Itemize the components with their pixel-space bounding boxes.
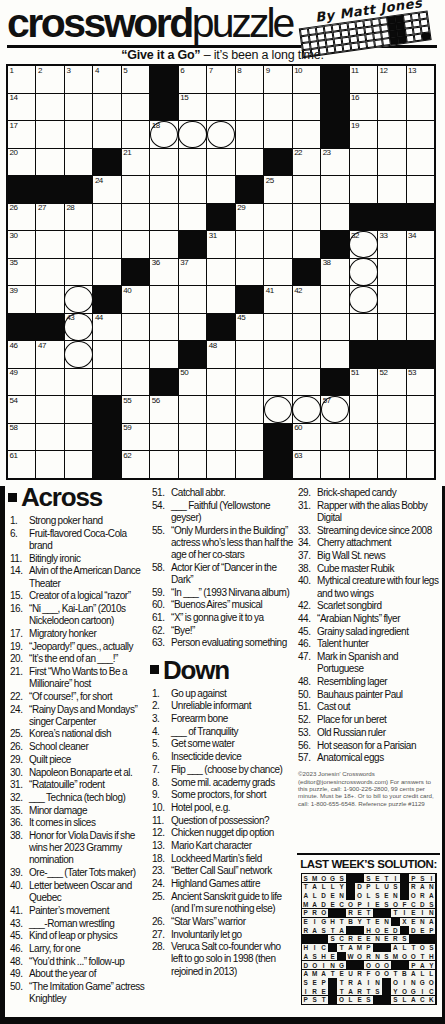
cell-12-7[interactable]: 50 [179, 369, 206, 396]
cell-13-5[interactable]: 55 [122, 396, 149, 423]
cell-10-6[interactable] [150, 314, 177, 341]
solution-cell-2-2: A [310, 883, 318, 891]
clue-number: 51. [298, 701, 317, 713]
cell-7-9[interactable] [236, 231, 263, 258]
clue-number: 12. [152, 827, 171, 839]
cell-9-10[interactable]: 41 [264, 286, 291, 313]
cell-14-8[interactable] [207, 424, 234, 451]
solution-cell-11-4: N [328, 961, 336, 969]
cell-8-3[interactable] [65, 259, 92, 286]
cell-8-4[interactable] [93, 259, 120, 286]
cell-3-5[interactable] [122, 121, 149, 148]
cell-1-4[interactable]: 4 [93, 66, 120, 93]
cell-3-9[interactable] [236, 121, 263, 148]
cell-4-3[interactable] [65, 149, 92, 176]
clue-text: Ore-___ (Tater Tots maker) [29, 867, 148, 879]
cell-4-5[interactable]: 21 [122, 149, 149, 176]
cell-12-4[interactable] [93, 369, 120, 396]
cell-15-12[interactable] [321, 451, 348, 478]
cell-12-11[interactable] [293, 369, 320, 396]
cell-number-5: 5 [123, 67, 127, 75]
cell-3-6[interactable]: 18 [150, 121, 177, 148]
cell-8-10[interactable] [264, 259, 291, 286]
cell-8-6[interactable]: 36 [150, 259, 177, 286]
solution-black-7-12 [400, 926, 408, 934]
cell-10-5[interactable] [122, 314, 149, 341]
cell-13-15[interactable] [407, 396, 434, 423]
cell-7-6[interactable] [150, 231, 177, 258]
cell-2-9[interactable] [236, 94, 263, 121]
cell-15-1[interactable]: 61 [8, 451, 35, 478]
cell-3-14[interactable] [378, 121, 405, 148]
solution-cell-2-15: N [427, 883, 435, 891]
cell-number-8: 8 [237, 67, 241, 75]
cell-13-7[interactable] [179, 396, 206, 423]
cell-1-13[interactable]: 11 [350, 66, 377, 93]
cell-3-7[interactable] [179, 121, 206, 148]
cell-12-10[interactable] [264, 369, 291, 396]
clue-across-63: 63.Person evaluating something [152, 637, 293, 649]
cell-15-14[interactable] [378, 451, 405, 478]
cell-15-3[interactable] [65, 451, 92, 478]
clue-number: 17. [10, 628, 29, 640]
solution-cell-1-2: M [310, 874, 318, 882]
cell-3-15[interactable] [407, 121, 434, 148]
clue-across-17: 17.Migratory honker [10, 628, 148, 640]
clue-number: 21. [10, 666, 29, 690]
cell-11-8[interactable]: 48 [207, 341, 234, 368]
black-cell-3-12 [321, 121, 348, 148]
cell-9-12[interactable] [321, 286, 348, 313]
across-title: Across [21, 484, 102, 510]
cell-8-1[interactable]: 35 [8, 259, 35, 286]
cell-9-14[interactable] [378, 286, 405, 313]
clue-text: School cleaner [29, 741, 148, 753]
clue-text: Kind of leap or physics [29, 930, 148, 942]
cell-6-6[interactable] [150, 204, 177, 231]
solution-cell-9-5: T [337, 944, 345, 952]
cell-12-9[interactable] [236, 369, 263, 396]
cell-6-1[interactable]: 26 [8, 204, 35, 231]
clue-across-14: 14.Alvin of the American Dance Theater [10, 565, 148, 589]
solution-cell-14-13: G [409, 987, 417, 995]
cell-2-14[interactable] [378, 94, 405, 121]
cell-10-3[interactable]: 43 [65, 314, 92, 341]
cell-14-3[interactable] [65, 424, 92, 451]
solution-cell-6-1: E [302, 918, 310, 926]
cell-8-8[interactable] [207, 259, 234, 286]
cell-1-8[interactable]: 7 [207, 66, 234, 93]
cell-3-11[interactable] [293, 121, 320, 148]
cell-14-7[interactable] [179, 424, 206, 451]
clue-text: “Better Call Saul” network [171, 865, 293, 877]
cell-14-13[interactable] [350, 424, 377, 451]
cell-9-5[interactable]: 40 [122, 286, 149, 313]
cell-5-10[interactable]: 25 [264, 176, 291, 203]
cell-4-12[interactable]: 23 [321, 149, 348, 176]
cell-8-7[interactable]: 37 [179, 259, 206, 286]
clue-number: 40. [298, 575, 317, 599]
cell-3-13[interactable]: 19 [350, 121, 377, 148]
clue-text: Ancient Sanskrit guide to life (and I’m … [171, 891, 293, 915]
solution-cell-5-13: E [409, 909, 417, 917]
cell-7-8[interactable]: 31 [207, 231, 234, 258]
cell-11-1[interactable]: 46 [8, 341, 35, 368]
cell-1-15[interactable]: 13 [407, 66, 434, 93]
cell-14-6[interactable] [150, 424, 177, 451]
cell-10-9[interactable]: 45 [236, 314, 263, 341]
cell-8-13[interactable] [350, 259, 377, 286]
solution-black-15-10 [382, 996, 390, 1004]
cell-12-13[interactable]: 51 [350, 369, 377, 396]
cell-12-2[interactable] [36, 369, 63, 396]
cell-13-10[interactable] [264, 396, 291, 423]
cell-5-11[interactable] [293, 176, 320, 203]
cell-8-9[interactable] [236, 259, 263, 286]
cell-9-2[interactable] [36, 286, 63, 313]
cell-2-7[interactable]: 15 [179, 94, 206, 121]
cell-1-5[interactable]: 5 [122, 66, 149, 93]
cell-4-2[interactable] [36, 149, 63, 176]
cell-11-4[interactable] [93, 341, 120, 368]
solution-cell-9-7: M [355, 944, 363, 952]
cell-2-15[interactable] [407, 94, 434, 121]
solution-cell-7-5: A [337, 926, 345, 934]
clue-text: Cherry attachment [317, 537, 440, 549]
cell-6-5[interactable] [122, 204, 149, 231]
cell-2-4[interactable] [93, 94, 120, 121]
clue-text: Get some water [171, 738, 293, 750]
clue-number: 46. [298, 638, 317, 650]
solution-cell-9-1: H [302, 944, 310, 952]
solution-cell-12-4: T [328, 970, 336, 978]
cell-1-3[interactable]: 3 [65, 66, 92, 93]
cell-7-3[interactable] [65, 231, 92, 258]
cell-10-10[interactable] [264, 314, 291, 341]
cell-3-3[interactable] [65, 121, 92, 148]
clue-number: 41. [10, 905, 29, 917]
cell-13-6[interactable]: 56 [150, 396, 177, 423]
cell-5-14[interactable] [378, 176, 405, 203]
solution-cell-8-12: S [400, 935, 408, 943]
cell-5-15[interactable] [407, 176, 434, 203]
cell-9-13[interactable] [350, 286, 377, 313]
solution-cell-9-6: A [346, 944, 354, 952]
cell-11-12[interactable] [321, 341, 348, 368]
cell-4-8[interactable] [207, 149, 234, 176]
cell-5-13[interactable] [350, 176, 377, 203]
cell-4-7[interactable] [179, 149, 206, 176]
cell-13-1[interactable]: 54 [8, 396, 35, 423]
cell-9-7[interactable] [179, 286, 206, 313]
cell-3-1[interactable]: 17 [8, 121, 35, 148]
cell-10-13[interactable] [350, 314, 377, 341]
cell-13-11[interactable] [293, 396, 320, 423]
solution-cell-6-14: N [418, 918, 426, 926]
cell-1-10[interactable]: 9 [264, 66, 291, 93]
clue-text: Hotel pool, e.g. [171, 802, 293, 814]
cell-6-3[interactable]: 28 [65, 204, 92, 231]
cell-3-10[interactable] [264, 121, 291, 148]
cell-4-9[interactable] [236, 149, 263, 176]
cell-number-15: 15 [180, 94, 188, 102]
cell-13-3[interactable] [65, 396, 92, 423]
cell-number-20: 20 [10, 149, 18, 157]
solution-black-11-12 [400, 961, 408, 969]
cell-6-9[interactable]: 29 [236, 204, 263, 231]
solution-cell-13-8: I [364, 978, 372, 986]
cell-5-4[interactable]: 24 [93, 176, 120, 203]
cell-13-13[interactable] [350, 396, 377, 423]
cell-9-15[interactable] [407, 286, 434, 313]
cell-12-1[interactable]: 49 [8, 369, 35, 396]
clue-number: 53. [298, 727, 317, 739]
cell-3-4[interactable] [93, 121, 120, 148]
black-cell-14-10 [264, 424, 291, 451]
clue-text: Minor damage [29, 805, 148, 817]
cell-5-8[interactable] [207, 176, 234, 203]
cell-9-1[interactable]: 39 [8, 286, 35, 313]
black-cell-4-4 [93, 149, 120, 176]
cell-15-9[interactable] [236, 451, 263, 478]
cell-15-13[interactable] [350, 451, 377, 478]
cell-5-7[interactable] [179, 176, 206, 203]
cell-8-14[interactable] [378, 259, 405, 286]
cell-11-3[interactable] [65, 341, 92, 368]
cell-14-1[interactable]: 58 [8, 424, 35, 451]
solution-cell-8-5: C [337, 935, 345, 943]
black-cell-2-12 [321, 94, 348, 121]
cell-7-10[interactable] [264, 231, 291, 258]
cell-7-13[interactable]: 32 [350, 231, 377, 258]
solution-cell-3-1: A [302, 891, 310, 899]
cell-15-5[interactable]: 62 [122, 451, 149, 478]
cell-13-2[interactable] [36, 396, 63, 423]
cell-7-11[interactable] [293, 231, 320, 258]
cell-15-6[interactable] [150, 451, 177, 478]
cell-number-47: 47 [38, 342, 46, 350]
cell-11-9[interactable] [236, 341, 263, 368]
cell-11-11[interactable] [293, 341, 320, 368]
solution-cell-6-12: X [400, 918, 408, 926]
clue-across-60: 60.“Buenos Aires” musical [152, 599, 293, 611]
cell-4-13[interactable] [350, 149, 377, 176]
clue-across-40: 40.Letter between Oscar and Quebec [10, 880, 148, 904]
cell-2-11[interactable] [293, 94, 320, 121]
cell-10-11[interactable] [293, 314, 320, 341]
cell-7-1[interactable]: 30 [8, 231, 35, 258]
clue-down-34: 34.Cherry attachment [298, 537, 440, 549]
cell-7-2[interactable] [36, 231, 63, 258]
solution-cell-3-8: L [364, 891, 372, 899]
cell-1-14[interactable]: 12 [378, 66, 405, 93]
clue-text: Go up against [171, 688, 293, 700]
cell-9-6[interactable] [150, 286, 177, 313]
clue-down-9: 9.Some proctors, for short [152, 789, 293, 801]
solution-cell-12-8: F [364, 970, 372, 978]
cell-5-6[interactable] [150, 176, 177, 203]
solution-cell-1-3: O [319, 874, 327, 882]
clue-number: 57. [298, 752, 317, 764]
cell-14-14[interactable] [378, 424, 405, 451]
cell-2-5[interactable] [122, 94, 149, 121]
solution-cell-4-13: C [409, 900, 417, 908]
cell-15-2[interactable] [36, 451, 63, 478]
cell-15-15[interactable] [407, 451, 434, 478]
solution-cell-10-15: H [427, 952, 435, 960]
cell-7-15[interactable]: 34 [407, 231, 434, 258]
cell-6-12[interactable] [321, 204, 348, 231]
cell-14-11[interactable]: 60 [293, 424, 320, 451]
cell-2-2[interactable] [36, 94, 63, 121]
cell-5-12[interactable] [321, 176, 348, 203]
cell-15-11[interactable]: 63 [293, 451, 320, 478]
clue-number: 50. [298, 689, 317, 701]
clue-text: Person evaluating something [171, 637, 293, 649]
clue-number: 36. [10, 817, 29, 829]
cell-2-13[interactable]: 16 [350, 94, 377, 121]
cell-11-10[interactable] [264, 341, 291, 368]
clue-across-11: 11.Bitingly ironic [10, 553, 148, 565]
cell-7-4[interactable] [93, 231, 120, 258]
solution-cell-1-4: G [328, 874, 336, 882]
cell-13-9[interactable] [236, 396, 263, 423]
clue-number: 31. [298, 500, 317, 524]
clue-number: 9. [152, 789, 171, 801]
clue-number: 63. [152, 637, 171, 649]
cell-10-4[interactable]: 44 [93, 314, 120, 341]
cell-10-12[interactable] [321, 314, 348, 341]
cell-13-8[interactable] [207, 396, 234, 423]
cell-7-5[interactable] [122, 231, 149, 258]
cell-6-11[interactable] [293, 204, 320, 231]
cell-10-14[interactable] [378, 314, 405, 341]
cell-number-24: 24 [95, 177, 103, 185]
cell-9-8[interactable] [207, 286, 234, 313]
solution-cell-1-10: T [382, 874, 390, 882]
solution-cell-4-2: A [310, 900, 318, 908]
cell-2-8[interactable] [207, 94, 234, 121]
cell-6-7[interactable] [179, 204, 206, 231]
solution-cell-13-12: I [400, 978, 408, 986]
cell-9-3[interactable] [65, 286, 92, 313]
clue-number: 61. [152, 612, 171, 624]
cell-10-7[interactable] [179, 314, 206, 341]
clue-across-25: 25.Korea’s national dish [10, 728, 148, 740]
solution-cell-10-13: O [409, 952, 417, 960]
solution-cell-2-3: L [319, 883, 327, 891]
clue-text: Veruca Salt co-founder who left to go so… [171, 941, 293, 978]
cell-1-1[interactable]: 1 [8, 66, 35, 93]
cell-1-11[interactable]: 10 [293, 66, 320, 93]
cell-10-15[interactable] [407, 314, 434, 341]
solution-cell-14-6: A [346, 987, 354, 995]
cell-14-5[interactable]: 59 [122, 424, 149, 451]
cell-number-23: 23 [323, 149, 331, 157]
cell-2-1[interactable]: 14 [8, 94, 35, 121]
clue-text: “Of course!”, for short [29, 691, 148, 703]
clue-text: “Rainy Days and Mondays” singer Carpente… [29, 704, 148, 728]
cell-4-15[interactable] [407, 149, 434, 176]
clue-down-45: 45.Grainy salad ingredient [298, 626, 440, 638]
cell-number-19: 19 [351, 122, 359, 130]
cell-4-14[interactable] [378, 149, 405, 176]
solution-black-11-6 [346, 961, 354, 969]
cell-12-14[interactable]: 52 [378, 369, 405, 396]
cell-3-8[interactable] [207, 121, 234, 148]
cell-15-8[interactable] [207, 451, 234, 478]
cell-15-7[interactable] [179, 451, 206, 478]
cell-14-12[interactable] [321, 424, 348, 451]
cell-7-14[interactable]: 33 [378, 231, 405, 258]
cell-13-14[interactable] [378, 396, 405, 423]
cell-11-6[interactable] [150, 341, 177, 368]
cell-8-15[interactable] [407, 259, 434, 286]
clue-text: Resembling lager [317, 676, 440, 688]
clue-down-53: 53.Old Russian ruler [298, 727, 440, 739]
cell-5-5[interactable] [122, 176, 149, 203]
cell-12-5[interactable] [122, 369, 149, 396]
cell-12-3[interactable] [65, 369, 92, 396]
cell-8-2[interactable] [36, 259, 63, 286]
title-bold: crossword [7, 0, 192, 46]
clue-text: “You’d think ...” follow-up [29, 956, 148, 968]
clue-text: Forearm bone [171, 713, 293, 725]
cell-number-33: 33 [380, 232, 388, 240]
clue-down-23: 23.“Better Call Saul” network [152, 865, 293, 877]
cell-3-2[interactable] [36, 121, 63, 148]
cell-1-7[interactable]: 6 [179, 66, 206, 93]
down-title: Down [163, 657, 229, 683]
clue-down-50: 50.Bauhaus painter Paul [298, 689, 440, 701]
solution-black-7-6 [346, 926, 354, 934]
cell-1-2[interactable]: 2 [36, 66, 63, 93]
cell-6-4[interactable] [93, 204, 120, 231]
cell-11-5[interactable] [122, 341, 149, 368]
cell-2-3[interactable] [65, 94, 92, 121]
clue-across-48: 48.“You’d think ...” follow-up [10, 956, 148, 968]
cell-6-10[interactable] [264, 204, 291, 231]
solution-cell-3-10: E [382, 891, 390, 899]
cell-14-2[interactable] [36, 424, 63, 451]
cell-12-8[interactable] [207, 369, 234, 396]
cell-6-2[interactable]: 27 [36, 204, 63, 231]
cell-number-40: 40 [123, 287, 131, 295]
clue-text: Catchall abbr. [171, 487, 293, 499]
solution-black-5-4 [328, 909, 336, 917]
cell-14-15[interactable] [407, 424, 434, 451]
solution-cell-1-11: I [391, 874, 399, 882]
solution-cell-1-8: S [364, 874, 372, 882]
cell-4-1[interactable]: 20 [8, 149, 35, 176]
solution-cell-14-8: T [364, 987, 372, 995]
cell-4-11[interactable]: 22 [293, 149, 320, 176]
solution-black-8-1 [302, 935, 310, 943]
clue-number: 38. [298, 563, 317, 575]
cell-13-12[interactable]: 57 [321, 396, 348, 423]
cell-4-6[interactable] [150, 149, 177, 176]
cell-12-15[interactable]: 53 [407, 369, 434, 396]
clue-across-16: 16.“Ni ___, Kai-Lan” (2010s Nickelodeon … [10, 603, 148, 627]
cell-9-11[interactable]: 42 [293, 286, 320, 313]
cell-14-9[interactable] [236, 424, 263, 451]
clue-across-6: 6.Fruit-flavored Coca-Cola brand [10, 528, 148, 552]
cell-2-10[interactable] [264, 94, 291, 121]
cell-8-12[interactable]: 38 [321, 259, 348, 286]
cell-1-9[interactable]: 8 [236, 66, 263, 93]
cell-11-2[interactable]: 47 [36, 341, 63, 368]
clue-text: Mario Kart character [171, 840, 293, 852]
